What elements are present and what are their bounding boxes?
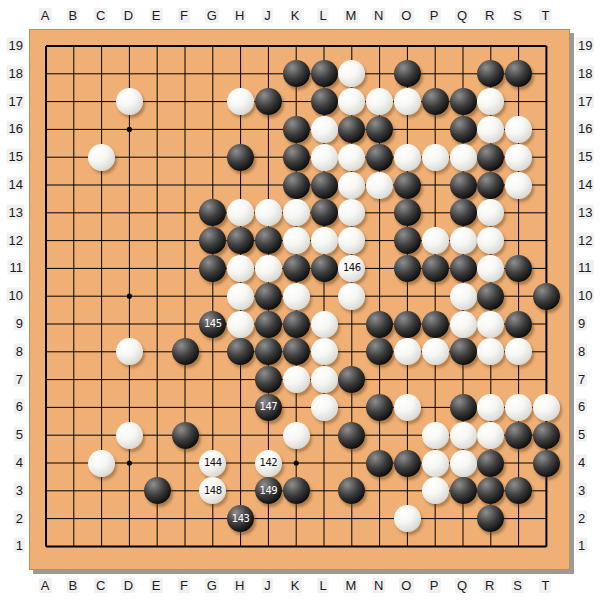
- stone-N17[interactable]: [366, 88, 393, 115]
- stone-K13[interactable]: [283, 199, 310, 226]
- stone-M15[interactable]: [338, 144, 365, 171]
- star-point-K4: [294, 460, 299, 465]
- move-number-142: 142: [260, 458, 278, 468]
- stone-J7[interactable]: [255, 366, 282, 393]
- stone-K8[interactable]: [283, 338, 310, 365]
- coord-label-top-L: L: [317, 8, 328, 23]
- coord-label-bottom-B: B: [66, 578, 79, 593]
- stone-O6[interactable]: [394, 394, 421, 421]
- stone-O4[interactable]: [394, 450, 421, 477]
- move-number-147: 147: [260, 402, 278, 412]
- stone-L6[interactable]: [311, 394, 338, 421]
- coord-label-top-C: C: [94, 8, 107, 23]
- move-number-148: 148: [204, 486, 222, 496]
- coord-label-right-4: 4: [576, 455, 587, 470]
- coord-label-left-1: 1: [14, 538, 25, 553]
- stone-Q16[interactable]: [450, 116, 477, 143]
- stone-N16[interactable]: [366, 116, 393, 143]
- stone-P4[interactable]: [422, 450, 449, 477]
- coord-label-top-D: D: [122, 8, 135, 23]
- stone-E3[interactable]: [144, 477, 171, 504]
- coord-label-right-16: 16: [576, 121, 594, 136]
- coord-label-bottom-T: T: [539, 578, 551, 593]
- stone-Q17[interactable]: [450, 88, 477, 115]
- coord-label-top-Q: Q: [455, 8, 469, 23]
- coord-label-right-14: 14: [576, 177, 594, 192]
- stone-L8[interactable]: [311, 338, 338, 365]
- stone-Q9[interactable]: [450, 311, 477, 338]
- stone-L16[interactable]: [311, 116, 338, 143]
- stone-O8[interactable]: [394, 338, 421, 365]
- coord-label-right-6: 6: [576, 399, 587, 414]
- star-point-D4: [127, 460, 132, 465]
- stone-K11[interactable]: [283, 255, 310, 282]
- stone-L9[interactable]: [311, 311, 338, 338]
- coord-label-left-16: 16: [7, 121, 25, 136]
- coord-label-right-9: 9: [576, 316, 587, 331]
- stone-T10[interactable]: [533, 283, 560, 310]
- coord-label-left-2: 2: [14, 510, 25, 525]
- coord-label-right-13: 13: [576, 204, 594, 219]
- stone-O12[interactable]: [394, 227, 421, 254]
- coord-label-right-15: 15: [576, 149, 594, 164]
- stone-K7[interactable]: [283, 366, 310, 393]
- coord-label-top-B: B: [66, 8, 79, 23]
- coord-label-bottom-L: L: [317, 578, 328, 593]
- coord-label-bottom-E: E: [150, 578, 163, 593]
- coord-label-left-7: 7: [14, 371, 25, 386]
- stone-L18[interactable]: [311, 60, 338, 87]
- coord-label-right-18: 18: [576, 65, 594, 80]
- stone-L14[interactable]: [311, 172, 338, 199]
- stone-N15[interactable]: [366, 144, 393, 171]
- coord-label-left-9: 9: [14, 316, 25, 331]
- stone-M10[interactable]: [338, 283, 365, 310]
- coord-label-bottom-O: O: [399, 578, 413, 593]
- stone-Q6[interactable]: [450, 394, 477, 421]
- coord-label-left-13: 13: [7, 204, 25, 219]
- stone-Q13[interactable]: [450, 199, 477, 226]
- stone-H12[interactable]: [227, 227, 254, 254]
- stone-O13[interactable]: [394, 199, 421, 226]
- stone-N6[interactable]: [366, 394, 393, 421]
- stone-P15[interactable]: [422, 144, 449, 171]
- coord-label-right-11: 11: [576, 260, 594, 275]
- coord-label-bottom-N: N: [372, 578, 385, 593]
- stone-S9[interactable]: [505, 311, 532, 338]
- stone-J3[interactable]: 149: [255, 477, 282, 504]
- stone-O9[interactable]: [394, 311, 421, 338]
- coord-label-bottom-H: H: [233, 578, 246, 593]
- coord-label-top-N: N: [372, 8, 385, 23]
- stone-N4[interactable]: [366, 450, 393, 477]
- coord-label-left-14: 14: [7, 177, 25, 192]
- stone-M5[interactable]: [338, 422, 365, 449]
- star-point-D10: [127, 294, 132, 299]
- stone-G9[interactable]: 145: [199, 311, 226, 338]
- coord-label-bottom-K: K: [289, 578, 302, 593]
- stone-L13[interactable]: [311, 199, 338, 226]
- stone-S5[interactable]: [505, 422, 532, 449]
- stone-Q3[interactable]: [450, 477, 477, 504]
- stone-L12[interactable]: [311, 227, 338, 254]
- move-number-143: 143: [232, 514, 250, 524]
- go-board[interactable]: 146145147144142148149143: [29, 29, 570, 570]
- stone-J13[interactable]: [255, 199, 282, 226]
- coord-label-bottom-Q: Q: [455, 578, 469, 593]
- stone-F8[interactable]: [172, 338, 199, 365]
- stone-J11[interactable]: [255, 255, 282, 282]
- stone-J12[interactable]: [255, 227, 282, 254]
- coord-label-left-4: 4: [14, 455, 25, 470]
- stone-C15[interactable]: [88, 144, 115, 171]
- stone-R4[interactable]: [477, 450, 504, 477]
- coord-label-bottom-J: J: [262, 578, 273, 593]
- coord-label-bottom-G: G: [205, 578, 219, 593]
- coord-label-top-O: O: [399, 8, 413, 23]
- coord-label-right-12: 12: [576, 232, 594, 247]
- stone-S6[interactable]: [505, 394, 532, 421]
- stone-H17[interactable]: [227, 88, 254, 115]
- coord-label-top-K: K: [289, 8, 302, 23]
- stone-L17[interactable]: [311, 88, 338, 115]
- coord-label-bottom-C: C: [94, 578, 107, 593]
- stone-O2[interactable]: [394, 505, 421, 532]
- stone-J8[interactable]: [255, 338, 282, 365]
- move-number-144: 144: [204, 458, 222, 468]
- stone-J9[interactable]: [255, 311, 282, 338]
- stone-G4[interactable]: 144: [199, 450, 226, 477]
- stone-H2[interactable]: 143: [227, 505, 254, 532]
- stone-O17[interactable]: [394, 88, 421, 115]
- stone-T6[interactable]: [533, 394, 560, 421]
- coord-label-left-18: 18: [7, 65, 25, 80]
- move-number-149: 149: [260, 486, 278, 496]
- stone-N14[interactable]: [366, 172, 393, 199]
- coord-label-top-R: R: [483, 8, 496, 23]
- coord-label-top-T: T: [539, 8, 551, 23]
- coord-label-left-11: 11: [8, 260, 26, 275]
- coord-label-top-G: G: [205, 8, 219, 23]
- stone-K15[interactable]: [283, 144, 310, 171]
- coord-label-right-17: 17: [576, 93, 594, 108]
- stone-R16[interactable]: [477, 116, 504, 143]
- go-app: 146145147144142148149143 AABBCCDDEEFFGGH…: [0, 0, 600, 600]
- stone-P9[interactable]: [422, 311, 449, 338]
- stone-C4[interactable]: [88, 450, 115, 477]
- stone-P8[interactable]: [422, 338, 449, 365]
- coord-label-top-S: S: [511, 8, 524, 23]
- coord-label-left-8: 8: [14, 343, 25, 358]
- stone-G11[interactable]: [199, 255, 226, 282]
- stone-T5[interactable]: [533, 422, 560, 449]
- stone-J6[interactable]: 147: [255, 394, 282, 421]
- stone-D8[interactable]: [116, 338, 143, 365]
- stone-Q10[interactable]: [450, 283, 477, 310]
- stone-K9[interactable]: [283, 311, 310, 338]
- stone-P11[interactable]: [422, 255, 449, 282]
- stone-P5[interactable]: [422, 422, 449, 449]
- stone-K10[interactable]: [283, 283, 310, 310]
- coord-label-top-H: H: [233, 8, 246, 23]
- stone-K14[interactable]: [283, 172, 310, 199]
- coord-label-bottom-S: S: [511, 578, 524, 593]
- stone-M14[interactable]: [338, 172, 365, 199]
- stone-H15[interactable]: [227, 144, 254, 171]
- stone-Q8[interactable]: [450, 338, 477, 365]
- stone-R11[interactable]: [477, 255, 504, 282]
- stone-K3[interactable]: [283, 477, 310, 504]
- move-number-145: 145: [204, 319, 222, 329]
- stone-P17[interactable]: [422, 88, 449, 115]
- star-point-D16: [127, 127, 132, 132]
- stone-S11[interactable]: [505, 255, 532, 282]
- stone-R15[interactable]: [477, 144, 504, 171]
- coord-label-right-7: 7: [576, 371, 587, 386]
- coord-label-bottom-A: A: [39, 578, 52, 593]
- stone-R14[interactable]: [477, 172, 504, 199]
- stone-J10[interactable]: [255, 283, 282, 310]
- stone-T4[interactable]: [533, 450, 560, 477]
- coord-label-bottom-R: R: [483, 578, 496, 593]
- stone-N9[interactable]: [366, 311, 393, 338]
- coord-label-left-5: 5: [14, 427, 25, 442]
- coord-label-top-A: A: [39, 8, 52, 23]
- stone-J17[interactable]: [255, 88, 282, 115]
- coord-label-bottom-D: D: [122, 578, 135, 593]
- coord-label-top-F: F: [178, 8, 190, 23]
- stone-Q12[interactable]: [450, 227, 477, 254]
- coord-label-left-17: 17: [7, 93, 25, 108]
- coord-label-left-12: 12: [7, 232, 25, 247]
- stone-S14[interactable]: [505, 172, 532, 199]
- coord-label-right-8: 8: [576, 343, 587, 358]
- stone-M11[interactable]: 146: [338, 255, 365, 282]
- coord-label-right-2: 2: [576, 510, 587, 525]
- coord-label-bottom-M: M: [343, 578, 358, 593]
- coord-label-left-3: 3: [14, 482, 25, 497]
- stone-H10[interactable]: [227, 283, 254, 310]
- stone-D17[interactable]: [116, 88, 143, 115]
- coord-label-left-6: 6: [14, 399, 25, 414]
- stone-K16[interactable]: [283, 116, 310, 143]
- coord-label-left-10: 10: [7, 288, 25, 303]
- stone-K12[interactable]: [283, 227, 310, 254]
- stone-H11[interactable]: [227, 255, 254, 282]
- coord-label-bottom-F: F: [178, 578, 190, 593]
- stone-O15[interactable]: [394, 144, 421, 171]
- coord-label-right-3: 3: [576, 482, 587, 497]
- stone-L15[interactable]: [311, 144, 338, 171]
- coord-label-right-1: 1: [576, 538, 587, 553]
- move-number-146: 146: [343, 263, 361, 273]
- stone-K5[interactable]: [283, 422, 310, 449]
- stone-S15[interactable]: [505, 144, 532, 171]
- coord-label-left-19: 19: [7, 38, 25, 53]
- stone-Q4[interactable]: [450, 450, 477, 477]
- stone-R9[interactable]: [477, 311, 504, 338]
- stone-O18[interactable]: [394, 60, 421, 87]
- stone-R6[interactable]: [477, 394, 504, 421]
- stone-P3[interactable]: [422, 477, 449, 504]
- coord-label-top-M: M: [343, 8, 358, 23]
- stone-Q15[interactable]: [450, 144, 477, 171]
- stone-P12[interactable]: [422, 227, 449, 254]
- stone-Q14[interactable]: [450, 172, 477, 199]
- coord-label-top-E: E: [150, 8, 163, 23]
- stone-Q5[interactable]: [450, 422, 477, 449]
- stone-M16[interactable]: [338, 116, 365, 143]
- coord-label-right-5: 5: [576, 427, 587, 442]
- coord-label-top-P: P: [428, 8, 441, 23]
- coord-label-top-J: J: [262, 8, 273, 23]
- stone-J4[interactable]: 142: [255, 450, 282, 477]
- stone-L11[interactable]: [311, 255, 338, 282]
- coord-label-right-19: 19: [576, 38, 594, 53]
- stone-R10[interactable]: [477, 283, 504, 310]
- coord-label-bottom-P: P: [428, 578, 441, 593]
- stone-Q11[interactable]: [450, 255, 477, 282]
- stone-H9[interactable]: [227, 311, 254, 338]
- stone-S16[interactable]: [505, 116, 532, 143]
- coord-label-left-15: 15: [7, 149, 25, 164]
- stone-R5[interactable]: [477, 422, 504, 449]
- stone-K18[interactable]: [283, 60, 310, 87]
- stone-O14[interactable]: [394, 172, 421, 199]
- stone-D5[interactable]: [116, 422, 143, 449]
- stone-F5[interactable]: [172, 422, 199, 449]
- stone-L7[interactable]: [311, 366, 338, 393]
- stone-O11[interactable]: [394, 255, 421, 282]
- coord-label-right-10: 10: [576, 288, 594, 303]
